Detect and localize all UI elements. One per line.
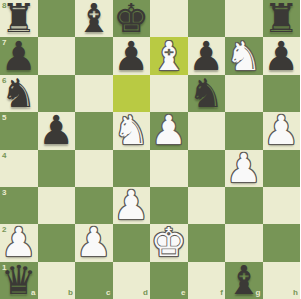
square-a8[interactable]: 8♜ [0, 0, 38, 37]
square-e4[interactable] [150, 150, 188, 187]
rank-label-6: 6 [2, 77, 6, 85]
white-knight[interactable]: ♞ [113, 112, 149, 149]
square-h1[interactable]: h [263, 262, 301, 299]
square-c1[interactable]: c [75, 262, 113, 299]
white-king[interactable]: ♚ [151, 224, 187, 261]
square-h8[interactable]: ♜ [263, 0, 301, 37]
square-c2[interactable]: ♟ [75, 224, 113, 261]
white-knight[interactable]: ♞ [226, 38, 262, 75]
square-c6[interactable] [75, 75, 113, 112]
file-label-h: h [293, 289, 298, 297]
square-c5[interactable] [75, 112, 113, 149]
black-bishop[interactable]: ♝ [76, 0, 112, 37]
square-e2[interactable]: ♚ [150, 224, 188, 261]
square-a6[interactable]: 6♞ [0, 75, 38, 112]
black-pawn[interactable]: ♟ [38, 112, 74, 149]
black-pawn[interactable]: ♟ [188, 38, 224, 75]
file-label-d: d [143, 289, 148, 297]
square-d5[interactable]: ♞ [113, 112, 151, 149]
square-f4[interactable] [188, 150, 226, 187]
square-d7[interactable]: ♟ [113, 37, 151, 74]
file-label-e: e [181, 289, 185, 297]
square-d1[interactable]: d [113, 262, 151, 299]
square-b1[interactable]: b [38, 262, 76, 299]
square-h5[interactable]: ♟ [263, 112, 301, 149]
square-e8[interactable] [150, 0, 188, 37]
square-g3[interactable] [225, 187, 263, 224]
black-pawn[interactable]: ♟ [263, 38, 299, 75]
square-g7[interactable]: ♞ [225, 37, 263, 74]
square-h2[interactable] [263, 224, 301, 261]
file-label-a: a [31, 289, 35, 297]
square-a5[interactable]: 5 [0, 112, 38, 149]
black-king[interactable]: ♚ [113, 0, 149, 37]
square-g8[interactable] [225, 0, 263, 37]
square-e7[interactable]: ♝ [150, 37, 188, 74]
rank-label-4: 4 [2, 152, 6, 160]
square-d2[interactable] [113, 224, 151, 261]
white-pawn[interactable]: ♟ [113, 187, 149, 224]
square-d8[interactable]: ♚ [113, 0, 151, 37]
square-g1[interactable]: g♝ [225, 262, 263, 299]
square-e1[interactable]: e [150, 262, 188, 299]
square-g4[interactable]: ♟ [225, 150, 263, 187]
white-bishop[interactable]: ♝ [151, 38, 187, 75]
square-f2[interactable] [188, 224, 226, 261]
rank-label-5: 5 [2, 114, 6, 122]
file-label-b: b [68, 289, 73, 297]
square-a1[interactable]: 1a♛ [0, 262, 38, 299]
square-c7[interactable] [75, 37, 113, 74]
rank-label-7: 7 [2, 39, 6, 47]
file-label-g: g [256, 289, 261, 297]
black-pawn[interactable]: ♟ [113, 38, 149, 75]
white-pawn[interactable]: ♟ [151, 112, 187, 149]
square-a4[interactable]: 4 [0, 150, 38, 187]
rank-label-2: 2 [2, 226, 6, 234]
square-f1[interactable]: f [188, 262, 226, 299]
rank-label-1: 1 [2, 264, 6, 272]
white-pawn[interactable]: ♟ [76, 224, 112, 261]
square-b3[interactable] [38, 187, 76, 224]
square-h3[interactable] [263, 187, 301, 224]
square-g5[interactable] [225, 112, 263, 149]
white-pawn[interactable]: ♟ [226, 150, 262, 187]
square-b7[interactable] [38, 37, 76, 74]
square-c4[interactable] [75, 150, 113, 187]
black-rook[interactable]: ♜ [263, 0, 299, 37]
square-b4[interactable] [38, 150, 76, 187]
square-b5[interactable]: ♟ [38, 112, 76, 149]
chess-board: 8♜♝♚♜7♟♟♝♟♞♟6♞♞5♟♞♟♟4♟3♟2♟♟♚1a♛bcdefg♝h [0, 0, 300, 299]
file-label-f: f [220, 289, 223, 297]
black-knight[interactable]: ♞ [188, 75, 224, 112]
square-e5[interactable]: ♟ [150, 112, 188, 149]
square-h7[interactable]: ♟ [263, 37, 301, 74]
square-f6[interactable]: ♞ [188, 75, 226, 112]
rank-label-3: 3 [2, 189, 6, 197]
square-f5[interactable] [188, 112, 226, 149]
square-f8[interactable] [188, 0, 226, 37]
file-label-c: c [106, 289, 110, 297]
square-c8[interactable]: ♝ [75, 0, 113, 37]
square-g6[interactable] [225, 75, 263, 112]
rank-label-8: 8 [2, 2, 6, 10]
square-d3[interactable]: ♟ [113, 187, 151, 224]
square-h4[interactable] [263, 150, 301, 187]
square-b8[interactable] [38, 0, 76, 37]
square-b2[interactable] [38, 224, 76, 261]
white-pawn[interactable]: ♟ [263, 112, 299, 149]
square-f3[interactable] [188, 187, 226, 224]
